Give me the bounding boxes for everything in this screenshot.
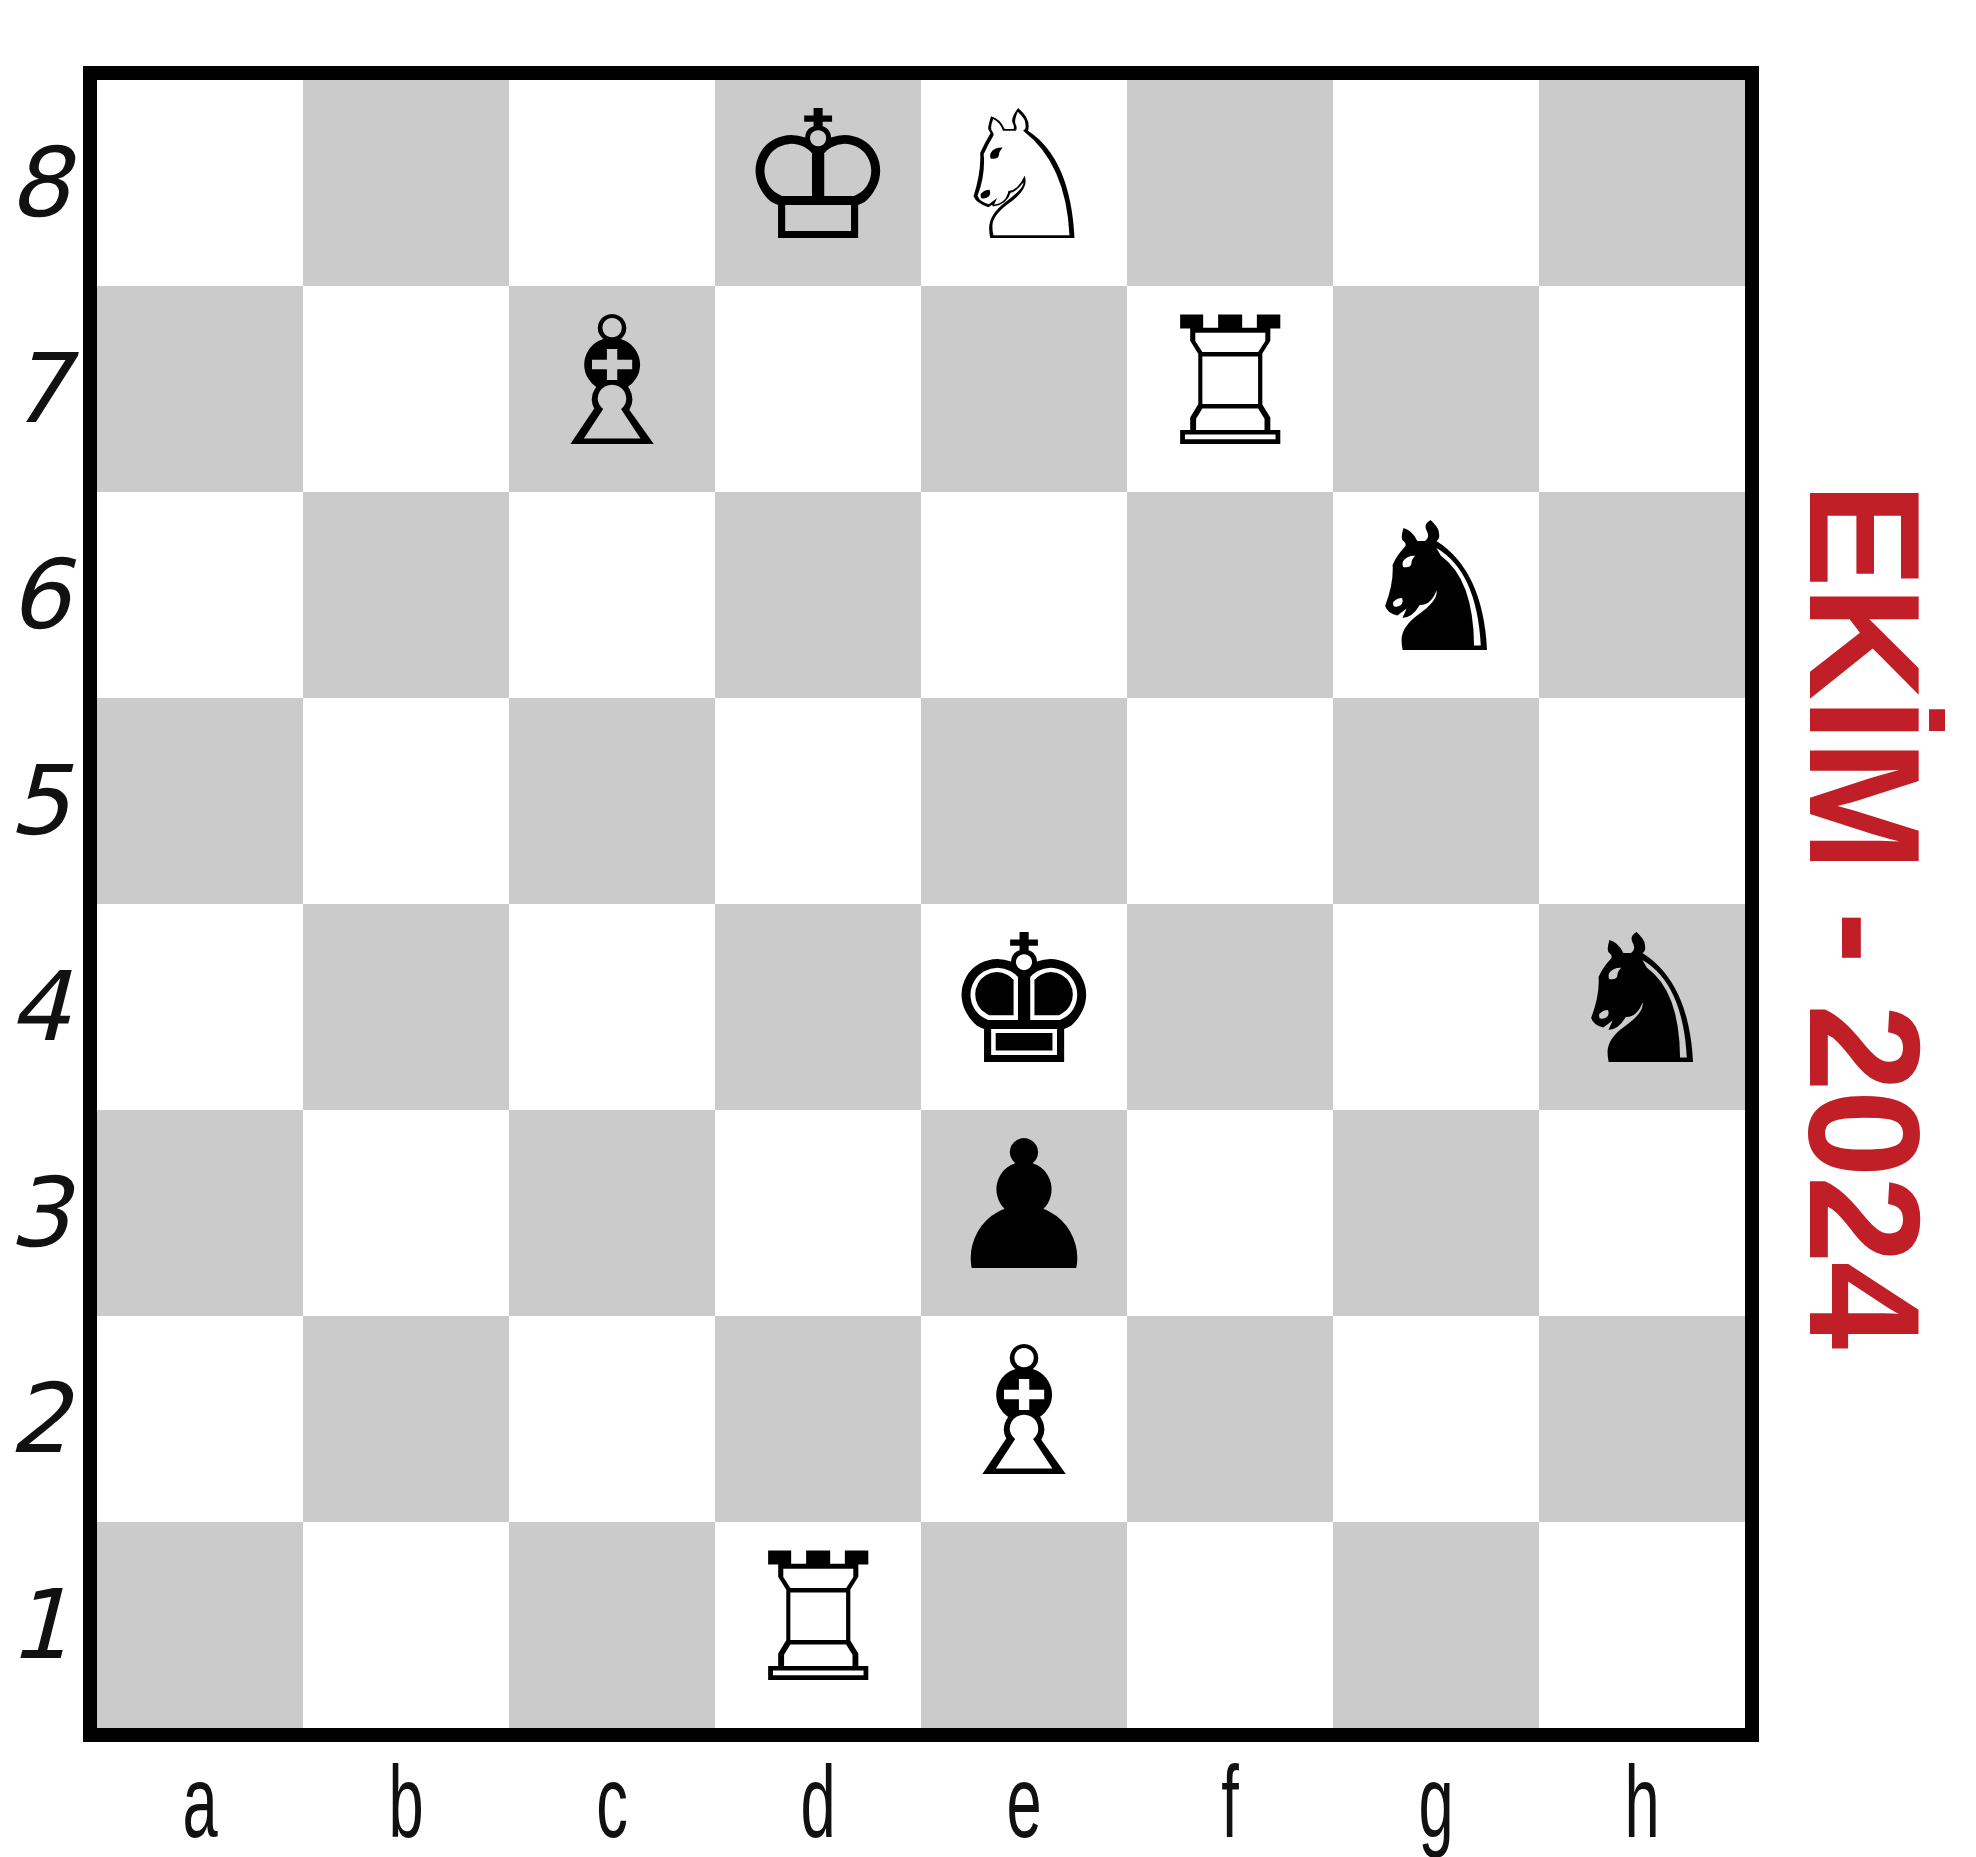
file-label-d: d <box>754 1748 882 1857</box>
file-label-c: c <box>548 1748 676 1857</box>
square-g7 <box>1333 286 1539 492</box>
square-h5 <box>1539 698 1745 904</box>
square-e7 <box>921 286 1127 492</box>
square-d3 <box>715 1110 921 1316</box>
square-c8 <box>509 80 715 286</box>
square-c5 <box>509 698 715 904</box>
square-a6 <box>97 492 303 698</box>
white-rook-f7: ♖ <box>1150 280 1310 486</box>
chess-board: ♔♘♗♖♞♚♞♟♗♖ <box>83 66 1759 1742</box>
rank-labels: 87654321 <box>0 80 78 1728</box>
rank-label-4: 4 <box>0 904 78 1110</box>
file-label-e: e <box>960 1748 1088 1857</box>
square-b3 <box>303 1110 509 1316</box>
rank-label-6: 6 <box>0 492 78 698</box>
file-labels: abcdefgh <box>97 1748 1745 1857</box>
square-a8 <box>97 80 303 286</box>
square-b2 <box>303 1316 509 1522</box>
file-label-g: g <box>1372 1748 1500 1857</box>
square-f6 <box>1127 492 1333 698</box>
square-c2 <box>509 1316 715 1522</box>
square-h4: ♞ <box>1539 904 1745 1110</box>
square-c4 <box>509 904 715 1110</box>
square-e5 <box>921 698 1127 904</box>
rank-label-1: 1 <box>0 1522 78 1728</box>
black-pawn-e3: ♟ <box>944 1104 1104 1310</box>
square-b1 <box>303 1522 509 1728</box>
square-h6 <box>1539 492 1745 698</box>
square-d1: ♖ <box>715 1522 921 1728</box>
square-a2 <box>97 1316 303 1522</box>
square-b6 <box>303 492 509 698</box>
square-g3 <box>1333 1110 1539 1316</box>
square-g6: ♞ <box>1333 492 1539 698</box>
white-bishop-c7: ♗ <box>532 280 692 486</box>
square-h2 <box>1539 1316 1745 1522</box>
square-f4 <box>1127 904 1333 1110</box>
square-g5 <box>1333 698 1539 904</box>
black-knight-h4: ♞ <box>1562 898 1722 1104</box>
white-knight-e8: ♘ <box>944 74 1104 280</box>
chess-diagram: 87654321 ♔♘♗♖♞♚♞♟♗♖ abcdefgh EKİM - 2024 <box>0 0 1976 1857</box>
square-e2: ♗ <box>921 1316 1127 1522</box>
file-label-h: h <box>1578 1748 1706 1857</box>
square-h3 <box>1539 1110 1745 1316</box>
square-g8 <box>1333 80 1539 286</box>
square-d7 <box>715 286 921 492</box>
square-g1 <box>1333 1522 1539 1728</box>
file-label-a: a <box>136 1748 264 1857</box>
square-g4 <box>1333 904 1539 1110</box>
square-a4 <box>97 904 303 1110</box>
square-h1 <box>1539 1522 1745 1728</box>
square-d6 <box>715 492 921 698</box>
square-f2 <box>1127 1316 1333 1522</box>
square-d5 <box>715 698 921 904</box>
square-e3: ♟ <box>921 1110 1127 1316</box>
square-f3 <box>1127 1110 1333 1316</box>
square-e1 <box>921 1522 1127 1728</box>
white-bishop-e2: ♗ <box>944 1310 1104 1516</box>
square-b7 <box>303 286 509 492</box>
square-f1 <box>1127 1522 1333 1728</box>
square-f8 <box>1127 80 1333 286</box>
rank-label-3: 3 <box>0 1110 78 1316</box>
square-d2 <box>715 1316 921 1522</box>
square-b5 <box>303 698 509 904</box>
file-label-f: f <box>1166 1748 1294 1857</box>
square-d8: ♔ <box>715 80 921 286</box>
square-b8 <box>303 80 509 286</box>
file-label-b: b <box>342 1748 470 1857</box>
white-king-d8: ♔ <box>738 74 898 280</box>
square-c3 <box>509 1110 715 1316</box>
square-f5 <box>1127 698 1333 904</box>
square-c6 <box>509 492 715 698</box>
square-h7 <box>1539 286 1745 492</box>
square-a3 <box>97 1110 303 1316</box>
square-h8 <box>1539 80 1745 286</box>
white-rook-d1: ♖ <box>738 1516 898 1722</box>
square-d4 <box>715 904 921 1110</box>
square-a7 <box>97 286 303 492</box>
square-e4: ♚ <box>921 904 1127 1110</box>
square-e8: ♘ <box>921 80 1127 286</box>
rank-label-8: 8 <box>0 80 78 286</box>
square-c7: ♗ <box>509 286 715 492</box>
square-e6 <box>921 492 1127 698</box>
square-a1 <box>97 1522 303 1728</box>
black-king-e4: ♚ <box>944 898 1104 1104</box>
square-c1 <box>509 1522 715 1728</box>
rank-label-5: 5 <box>0 698 78 904</box>
square-g2 <box>1333 1316 1539 1522</box>
month-year-banner: EKİM - 2024 <box>1770 480 1960 1350</box>
square-a5 <box>97 698 303 904</box>
square-b4 <box>303 904 509 1110</box>
square-f7: ♖ <box>1127 286 1333 492</box>
black-knight-g6: ♞ <box>1356 486 1516 692</box>
rank-label-7: 7 <box>0 286 78 492</box>
rank-label-2: 2 <box>0 1316 78 1522</box>
